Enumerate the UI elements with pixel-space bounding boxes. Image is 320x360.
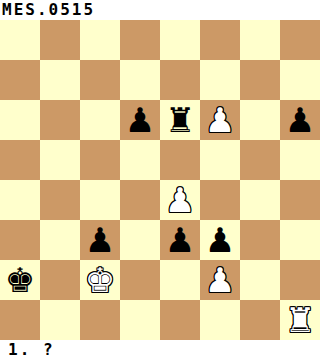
square-c1[interactable] (80, 300, 120, 340)
square-d3[interactable] (120, 220, 160, 260)
piece-white-pawn: ♟ (205, 263, 235, 297)
chess-board: ♟♜♟♟♟♟♟♟♚♚♟♜ (0, 20, 320, 340)
square-a5[interactable] (0, 140, 40, 180)
square-b1[interactable] (40, 300, 80, 340)
square-h8[interactable] (280, 20, 320, 60)
square-f4[interactable] (200, 180, 240, 220)
square-h6[interactable]: ♟ (280, 100, 320, 140)
square-h1[interactable]: ♜ (280, 300, 320, 340)
piece-black-pawn: ♟ (285, 103, 315, 137)
piece-black-rook: ♜ (165, 103, 195, 137)
square-h7[interactable] (280, 60, 320, 100)
move-prompt: 1. ? (0, 340, 320, 360)
square-b7[interactable] (40, 60, 80, 100)
square-a4[interactable] (0, 180, 40, 220)
square-d2[interactable] (120, 260, 160, 300)
square-d7[interactable] (120, 60, 160, 100)
puzzle-title: MES.0515 (0, 0, 320, 20)
square-f7[interactable] (200, 60, 240, 100)
square-a2[interactable]: ♚ (0, 260, 40, 300)
square-f6[interactable]: ♟ (200, 100, 240, 140)
square-c7[interactable] (80, 60, 120, 100)
square-e2[interactable] (160, 260, 200, 300)
square-b2[interactable] (40, 260, 80, 300)
square-c2[interactable]: ♚ (80, 260, 120, 300)
piece-white-pawn: ♟ (165, 183, 195, 217)
square-c4[interactable] (80, 180, 120, 220)
square-a7[interactable] (0, 60, 40, 100)
square-b3[interactable] (40, 220, 80, 260)
piece-white-rook: ♜ (285, 303, 315, 337)
square-g6[interactable] (240, 100, 280, 140)
square-g3[interactable] (240, 220, 280, 260)
square-e6[interactable]: ♜ (160, 100, 200, 140)
square-g5[interactable] (240, 140, 280, 180)
square-f2[interactable]: ♟ (200, 260, 240, 300)
piece-black-pawn: ♟ (125, 103, 155, 137)
square-f1[interactable] (200, 300, 240, 340)
square-d4[interactable] (120, 180, 160, 220)
square-g1[interactable] (240, 300, 280, 340)
piece-white-king: ♚ (85, 263, 115, 297)
square-a8[interactable] (0, 20, 40, 60)
square-g4[interactable] (240, 180, 280, 220)
square-g8[interactable] (240, 20, 280, 60)
square-d5[interactable] (120, 140, 160, 180)
square-d1[interactable] (120, 300, 160, 340)
square-b4[interactable] (40, 180, 80, 220)
square-c3[interactable]: ♟ (80, 220, 120, 260)
square-f5[interactable] (200, 140, 240, 180)
square-h5[interactable] (280, 140, 320, 180)
piece-black-king: ♚ (5, 263, 35, 297)
square-h3[interactable] (280, 220, 320, 260)
piece-black-pawn: ♟ (205, 223, 235, 257)
square-f8[interactable] (200, 20, 240, 60)
square-c6[interactable] (80, 100, 120, 140)
square-g2[interactable] (240, 260, 280, 300)
square-d6[interactable]: ♟ (120, 100, 160, 140)
square-g7[interactable] (240, 60, 280, 100)
square-a3[interactable] (0, 220, 40, 260)
square-c8[interactable] (80, 20, 120, 60)
square-h2[interactable] (280, 260, 320, 300)
square-e5[interactable] (160, 140, 200, 180)
square-b8[interactable] (40, 20, 80, 60)
square-e1[interactable] (160, 300, 200, 340)
square-e3[interactable]: ♟ (160, 220, 200, 260)
square-b6[interactable] (40, 100, 80, 140)
square-h4[interactable] (280, 180, 320, 220)
square-f3[interactable]: ♟ (200, 220, 240, 260)
square-e7[interactable] (160, 60, 200, 100)
chess-puzzle-page: MES.0515 ♟♜♟♟♟♟♟♟♚♚♟♜ 1. ? (0, 0, 320, 360)
square-a1[interactable] (0, 300, 40, 340)
square-e4[interactable]: ♟ (160, 180, 200, 220)
square-d8[interactable] (120, 20, 160, 60)
piece-black-pawn: ♟ (165, 223, 195, 257)
piece-black-pawn: ♟ (85, 223, 115, 257)
square-a6[interactable] (0, 100, 40, 140)
square-b5[interactable] (40, 140, 80, 180)
square-e8[interactable] (160, 20, 200, 60)
square-c5[interactable] (80, 140, 120, 180)
piece-white-pawn: ♟ (205, 103, 235, 137)
